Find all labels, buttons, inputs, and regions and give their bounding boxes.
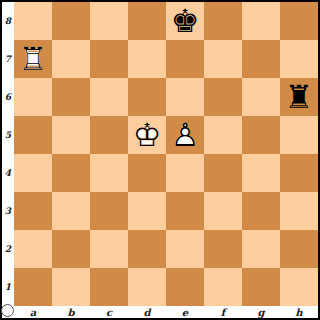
square-d3[interactable] <box>128 192 166 230</box>
square-b4[interactable] <box>52 154 90 192</box>
square-c8[interactable] <box>90 2 128 40</box>
rank-label-8: 8 <box>2 2 14 40</box>
file-label-c: c <box>90 306 128 318</box>
square-a1[interactable] <box>14 268 52 306</box>
square-e2[interactable] <box>166 230 204 268</box>
square-g3[interactable] <box>242 192 280 230</box>
square-a2[interactable] <box>14 230 52 268</box>
square-b1[interactable] <box>52 268 90 306</box>
square-c3[interactable] <box>90 192 128 230</box>
rank-label-2: 2 <box>2 230 14 268</box>
square-c6[interactable] <box>90 78 128 116</box>
square-d5[interactable]: ♚♔ <box>128 116 166 154</box>
square-h3[interactable] <box>280 192 318 230</box>
square-f3[interactable] <box>204 192 242 230</box>
rank-label-6: 6 <box>2 78 14 116</box>
square-a8[interactable] <box>14 2 52 40</box>
square-b8[interactable] <box>52 2 90 40</box>
file-label-d: d <box>128 306 166 318</box>
square-b3[interactable] <box>52 192 90 230</box>
square-f6[interactable] <box>204 78 242 116</box>
square-f8[interactable] <box>204 2 242 40</box>
rank-labels: 87654321 <box>2 2 14 306</box>
square-f4[interactable] <box>204 154 242 192</box>
square-g8[interactable] <box>242 2 280 40</box>
square-d1[interactable] <box>128 268 166 306</box>
square-h6[interactable]: ♜ <box>280 78 318 116</box>
square-f2[interactable] <box>204 230 242 268</box>
square-a6[interactable] <box>14 78 52 116</box>
square-f1[interactable] <box>204 268 242 306</box>
square-c4[interactable] <box>90 154 128 192</box>
square-g1[interactable] <box>242 268 280 306</box>
square-c5[interactable] <box>90 116 128 154</box>
rank-label-3: 3 <box>2 192 14 230</box>
chess-diagram: 87654321 abcdefgh ♚♜♖♜♚♔♟♙ <box>0 0 320 320</box>
rank-label-1: 1 <box>2 268 14 306</box>
rank-label-7: 7 <box>2 40 14 78</box>
square-d2[interactable] <box>128 230 166 268</box>
square-h8[interactable] <box>280 2 318 40</box>
square-h1[interactable] <box>280 268 318 306</box>
square-f7[interactable] <box>204 40 242 78</box>
square-e8[interactable]: ♚ <box>166 2 204 40</box>
square-g6[interactable] <box>242 78 280 116</box>
square-a4[interactable] <box>14 154 52 192</box>
square-e3[interactable] <box>166 192 204 230</box>
file-label-h: h <box>280 306 318 318</box>
white-to-move-indicator <box>1 304 14 317</box>
square-g5[interactable] <box>242 116 280 154</box>
square-h4[interactable] <box>280 154 318 192</box>
square-d8[interactable] <box>128 2 166 40</box>
black-king[interactable]: ♚ <box>166 2 204 40</box>
square-c7[interactable] <box>90 40 128 78</box>
file-label-b: b <box>52 306 90 318</box>
square-h2[interactable] <box>280 230 318 268</box>
square-d7[interactable] <box>128 40 166 78</box>
square-g2[interactable] <box>242 230 280 268</box>
square-d4[interactable] <box>128 154 166 192</box>
square-a7[interactable]: ♜♖ <box>14 40 52 78</box>
square-g4[interactable] <box>242 154 280 192</box>
square-e1[interactable] <box>166 268 204 306</box>
square-c1[interactable] <box>90 268 128 306</box>
file-label-e: e <box>166 306 204 318</box>
square-a5[interactable] <box>14 116 52 154</box>
square-f5[interactable] <box>204 116 242 154</box>
square-e5[interactable]: ♟♙ <box>166 116 204 154</box>
square-b5[interactable] <box>52 116 90 154</box>
chess-board: ♚♜♖♜♚♔♟♙ <box>14 2 318 306</box>
file-label-a: a <box>14 306 52 318</box>
rank-label-5: 5 <box>2 116 14 154</box>
square-g7[interactable] <box>242 40 280 78</box>
file-label-g: g <box>242 306 280 318</box>
file-labels: abcdefgh <box>14 306 318 318</box>
square-c2[interactable] <box>90 230 128 268</box>
square-h5[interactable] <box>280 116 318 154</box>
square-e4[interactable] <box>166 154 204 192</box>
file-label-f: f <box>204 306 242 318</box>
square-d6[interactable] <box>128 78 166 116</box>
square-b2[interactable] <box>52 230 90 268</box>
white-king[interactable]: ♚♔ <box>128 116 166 154</box>
rank-label-4: 4 <box>2 154 14 192</box>
square-b6[interactable] <box>52 78 90 116</box>
square-e6[interactable] <box>166 78 204 116</box>
white-rook-outline: ♖ <box>14 40 52 78</box>
square-e7[interactable] <box>166 40 204 78</box>
white-pawn[interactable]: ♟♙ <box>166 116 204 154</box>
white-pawn-outline: ♙ <box>166 116 204 154</box>
white-king-outline: ♔ <box>128 116 166 154</box>
white-rook[interactable]: ♜♖ <box>14 40 52 78</box>
square-b7[interactable] <box>52 40 90 78</box>
square-h7[interactable] <box>280 40 318 78</box>
black-rook[interactable]: ♜ <box>280 78 318 116</box>
square-a3[interactable] <box>14 192 52 230</box>
